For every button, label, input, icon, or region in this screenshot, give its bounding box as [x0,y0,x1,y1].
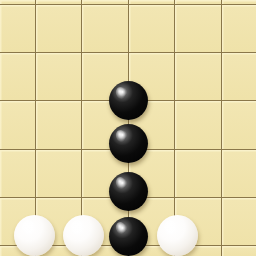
board-cell[interactable] [36,198,83,246]
board-cell[interactable] [0,198,36,246]
board-cell[interactable] [175,246,222,256]
board-cell[interactable] [0,53,36,101]
board-cell[interactable] [175,5,222,53]
board-cell[interactable] [36,246,83,256]
board-cell[interactable] [129,5,176,53]
board-cell[interactable] [222,5,256,53]
board-cell[interactable] [222,53,256,101]
board-grid[interactable] [0,0,256,256]
board-cell[interactable] [82,53,129,101]
board-cell[interactable] [0,246,36,256]
board-cell[interactable] [82,246,129,256]
board-cell[interactable] [0,150,36,198]
board-cell[interactable] [82,150,129,198]
board-cell[interactable] [175,101,222,149]
board-cell[interactable] [129,198,176,246]
board-cell[interactable] [222,150,256,198]
board-cell[interactable] [129,101,176,149]
board-cell[interactable] [175,198,222,246]
board-cell[interactable] [175,53,222,101]
board-cell[interactable] [175,150,222,198]
board-cell[interactable] [36,101,83,149]
board-cell[interactable] [36,5,83,53]
board-cell[interactable] [129,246,176,256]
board-cell[interactable] [129,53,176,101]
board-cell[interactable] [222,101,256,149]
gomoku-board[interactable] [0,0,256,256]
board-cell[interactable] [0,101,36,149]
board-cell[interactable] [36,150,83,198]
board-cell[interactable] [222,246,256,256]
board-cell[interactable] [0,5,36,53]
board-cell[interactable] [36,53,83,101]
board-cell[interactable] [222,198,256,246]
board-cell[interactable] [82,5,129,53]
board-cell[interactable] [82,198,129,246]
board-cell[interactable] [129,150,176,198]
board-cell[interactable] [82,101,129,149]
